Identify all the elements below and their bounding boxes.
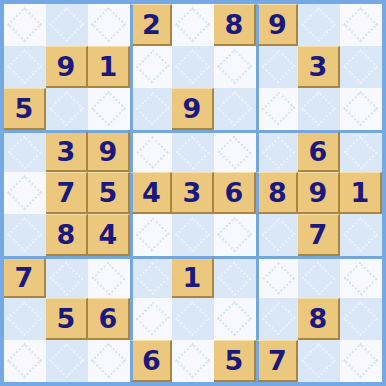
diamond-icon: [217, 217, 253, 253]
cell-value: 8: [57, 221, 76, 248]
diamond-icon: [7, 7, 43, 43]
cell-r7c3[interactable]: [88, 256, 130, 298]
diamond-icon: [301, 91, 337, 127]
cell-r6c7[interactable]: [256, 214, 298, 256]
cell-value: 6: [99, 305, 118, 332]
cell-r5c5[interactable]: 3: [172, 172, 214, 214]
cell-value: 4: [142, 179, 161, 206]
diamond-icon: [343, 49, 379, 85]
diamond-icon: [91, 7, 127, 43]
cell-r4c2[interactable]: 3: [46, 130, 88, 172]
cell-r2c5[interactable]: [172, 46, 214, 88]
cell-r1c8[interactable]: [298, 4, 340, 46]
cell-value: 7: [15, 264, 34, 291]
diamond-icon: [175, 49, 211, 85]
cell-r4c9[interactable]: [340, 130, 382, 172]
diamond-icon: [135, 302, 169, 336]
cell-value: 1: [351, 179, 370, 206]
cell-r2c7[interactable]: [256, 46, 298, 88]
cell-r7c8[interactable]: [298, 256, 340, 298]
diamond-icon: [218, 135, 252, 169]
diamond-icon: [176, 135, 210, 169]
diamond-icon: [217, 91, 253, 127]
diamond-icon: [301, 343, 337, 379]
cell-r6c3[interactable]: 4: [88, 214, 130, 256]
cell-r4c4[interactable]: [130, 130, 172, 172]
cell-r2c6[interactable]: [214, 46, 256, 88]
cell-r6c5[interactable]: [172, 214, 214, 256]
cell-r1c7[interactable]: 9: [256, 4, 298, 46]
cell-value: 9: [183, 95, 202, 122]
diamond-icon: [344, 261, 378, 295]
diamond-icon: [343, 217, 379, 253]
diamond-icon: [261, 92, 295, 126]
cell-value: 9: [309, 179, 328, 206]
diamond-icon: [344, 135, 378, 169]
diamond-icon: [261, 218, 295, 252]
cell-r5c7[interactable]: 8: [256, 172, 298, 214]
diamond-icon: [218, 261, 252, 295]
diamond-icon: [135, 50, 169, 84]
cell-r9c7[interactable]: 7: [256, 340, 298, 382]
diamond-icon: [302, 261, 336, 295]
cell-value: 1: [183, 264, 202, 291]
diamond-icon: [7, 217, 43, 253]
diamond-icon: [261, 302, 295, 336]
diamond-icon: [50, 261, 84, 295]
diamond-icon: [8, 135, 42, 169]
cell-r6c4[interactable]: [130, 214, 172, 256]
cell-r8c4[interactable]: [130, 298, 172, 340]
diamond-icon: [49, 91, 85, 127]
cell-r5c3[interactable]: 5: [88, 172, 130, 214]
cell-value: 9: [57, 53, 76, 80]
cell-r1c4[interactable]: 2: [130, 4, 172, 46]
diamond-icon: [217, 49, 253, 85]
cell-r5c9[interactable]: 1: [340, 172, 382, 214]
cell-r3c7[interactable]: [256, 88, 298, 130]
cell-r7c5[interactable]: 1: [172, 256, 214, 298]
cell-value: 3: [309, 53, 328, 80]
cell-r6c6[interactable]: [214, 214, 256, 256]
cell-r8c3[interactable]: 6: [88, 298, 130, 340]
cell-r8c2[interactable]: 5: [46, 298, 88, 340]
cell-r4c7[interactable]: [256, 130, 298, 172]
cell-value: 5: [57, 305, 76, 332]
cell-r9c5[interactable]: [172, 340, 214, 382]
cell-r1c9[interactable]: [340, 4, 382, 46]
cell-r3c2[interactable]: [46, 88, 88, 130]
cell-value: 8: [309, 305, 328, 332]
cell-r7c4[interactable]: [130, 256, 172, 298]
diamond-icon: [7, 301, 43, 337]
cell-r4c3[interactable]: 9: [88, 130, 130, 172]
cell-value: 2: [142, 11, 161, 38]
cell-r1c5[interactable]: [172, 4, 214, 46]
cell-r5c8[interactable]: 9: [298, 172, 340, 214]
cell-r1c1[interactable]: [4, 4, 46, 46]
cell-r7c2[interactable]: [46, 256, 88, 298]
cell-r1c6[interactable]: 8: [214, 4, 256, 46]
cell-r7c1[interactable]: 7: [4, 256, 46, 298]
diamond-icon: [262, 262, 295, 295]
diamond-icon: [343, 91, 379, 127]
cell-value: 3: [183, 179, 202, 206]
cell-r2c8[interactable]: 3: [298, 46, 340, 88]
cell-r3c8[interactable]: [298, 88, 340, 130]
cell-r9c3[interactable]: [88, 340, 130, 382]
cell-r4c1[interactable]: [4, 130, 46, 172]
diamond-icon: [343, 343, 379, 379]
diamond-icon: [7, 343, 43, 379]
diamond-icon: [92, 261, 126, 295]
cell-value: 5: [15, 95, 34, 122]
cell-r3c6[interactable]: [214, 88, 256, 130]
diamond-icon: [175, 343, 211, 379]
cell-r9c1[interactable]: [4, 340, 46, 382]
cell-value: 6: [225, 179, 244, 206]
cell-value: 7: [268, 347, 287, 374]
cell-r8c9[interactable]: [340, 298, 382, 340]
cell-r7c7[interactable]: [256, 256, 298, 298]
sudoku-board: 289913593967543689184771568657: [0, 0, 386, 386]
diamond-icon: [91, 343, 127, 379]
diamond-icon: [49, 343, 85, 379]
cell-r6c9[interactable]: [340, 214, 382, 256]
cell-r5c4[interactable]: 4: [130, 172, 172, 214]
cell-value: 6: [309, 138, 328, 165]
cell-value: 7: [309, 221, 328, 248]
diamond-icon: [175, 217, 211, 253]
cell-r7c6[interactable]: [214, 256, 256, 298]
diamond-icon: [135, 92, 169, 126]
cell-r5c2[interactable]: 7: [46, 172, 88, 214]
diamond-icon: [175, 7, 211, 43]
cell-r2c3[interactable]: 1: [88, 46, 130, 88]
cell-r2c1[interactable]: [4, 46, 46, 88]
cell-r2c2[interactable]: 9: [46, 46, 88, 88]
diamond-icon: [261, 50, 295, 84]
cell-value: 7: [57, 179, 76, 206]
cell-r6c1[interactable]: [4, 214, 46, 256]
diamond-icon: [343, 301, 379, 337]
cell-r8c1[interactable]: [4, 298, 46, 340]
cell-r8c6[interactable]: [214, 298, 256, 340]
cell-r4c8[interactable]: 6: [298, 130, 340, 172]
cell-value: 9: [268, 11, 287, 38]
cell-value: 5: [99, 179, 118, 206]
diamond-icon: [7, 49, 43, 85]
cell-value: 9: [99, 138, 118, 165]
diamond-icon: [175, 301, 211, 337]
cell-r8c8[interactable]: 8: [298, 298, 340, 340]
cell-r6c8[interactable]: 7: [298, 214, 340, 256]
cell-r9c2[interactable]: [46, 340, 88, 382]
cell-r3c5[interactable]: 9: [172, 88, 214, 130]
cell-r9c9[interactable]: [340, 340, 382, 382]
diamond-icon: [136, 262, 169, 295]
cell-value: 8: [225, 11, 244, 38]
diamond-icon: [343, 7, 379, 43]
cell-value: 3: [57, 138, 76, 165]
diamond-icon: [136, 136, 169, 169]
cell-r3c3[interactable]: [88, 88, 130, 130]
cell-value: 8: [268, 179, 287, 206]
cell-r9c4[interactable]: 6: [130, 340, 172, 382]
diamond-icon: [7, 175, 43, 211]
diamond-icon: [262, 136, 295, 169]
cell-r2c4[interactable]: [130, 46, 172, 88]
cell-r5c6[interactable]: 6: [214, 172, 256, 214]
cell-value: 1: [99, 53, 118, 80]
cell-r3c4[interactable]: [130, 88, 172, 130]
cell-r1c3[interactable]: [88, 4, 130, 46]
diamond-icon: [49, 7, 85, 43]
cell-value: 4: [99, 221, 118, 248]
cell-r7c9[interactable]: [340, 256, 382, 298]
diamond-icon: [135, 218, 169, 252]
cell-r9c6[interactable]: 5: [214, 340, 256, 382]
cell-r3c1[interactable]: 5: [4, 88, 46, 130]
cell-r3c9[interactable]: [340, 88, 382, 130]
diamond-icon: [301, 7, 337, 43]
cell-r9c8[interactable]: [298, 340, 340, 382]
cell-r5c1[interactable]: [4, 172, 46, 214]
cell-r8c5[interactable]: [172, 298, 214, 340]
cell-r4c6[interactable]: [214, 130, 256, 172]
cell-r8c7[interactable]: [256, 298, 298, 340]
cell-r2c9[interactable]: [340, 46, 382, 88]
cell-value: 5: [225, 347, 244, 374]
cell-r6c2[interactable]: 8: [46, 214, 88, 256]
cell-value: 6: [142, 347, 161, 374]
diamond-icon: [91, 91, 127, 127]
diamond-icon: [217, 301, 253, 337]
cell-r4c5[interactable]: [172, 130, 214, 172]
cell-r1c2[interactable]: [46, 4, 88, 46]
